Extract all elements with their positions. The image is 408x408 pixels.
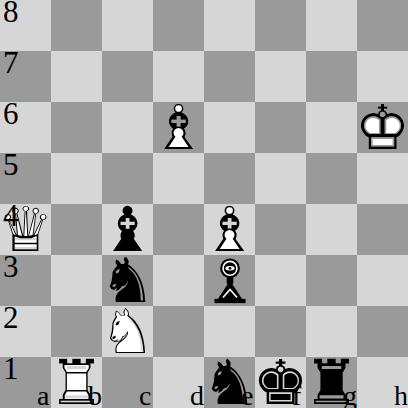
square-g8[interactable] <box>306 0 357 51</box>
square-e7[interactable] <box>204 51 255 102</box>
square-e8[interactable] <box>204 0 255 51</box>
square-h3[interactable] <box>357 255 408 306</box>
square-b8[interactable] <box>51 0 102 51</box>
square-f5[interactable] <box>255 153 306 204</box>
square-c2[interactable]: ♞♘ <box>102 306 153 357</box>
square-a7[interactable] <box>0 51 51 102</box>
square-e3[interactable] <box>204 255 255 306</box>
square-g4[interactable] <box>306 204 357 255</box>
square-h4[interactable] <box>357 204 408 255</box>
square-a3[interactable] <box>0 255 51 306</box>
square-c6[interactable] <box>102 102 153 153</box>
square-d1[interactable] <box>153 357 204 408</box>
piece-black-rook[interactable]: ♜ <box>306 357 357 408</box>
square-b1[interactable]: ♜♖ <box>51 357 102 408</box>
square-g6[interactable] <box>306 102 357 153</box>
square-d6[interactable]: ♝♗ <box>153 102 204 153</box>
square-h1[interactable] <box>357 357 408 408</box>
square-g5[interactable] <box>306 153 357 204</box>
square-g3[interactable] <box>306 255 357 306</box>
square-h2[interactable] <box>357 306 408 357</box>
square-f4[interactable] <box>255 204 306 255</box>
square-e4[interactable]: ♝♗ <box>204 204 255 255</box>
square-e1[interactable]: ♞ <box>204 357 255 408</box>
square-f8[interactable] <box>255 0 306 51</box>
piece-glyph: ♚ <box>255 357 306 408</box>
piece-glyph-outline: ♗ <box>153 102 204 153</box>
square-f1[interactable]: ♚ <box>255 357 306 408</box>
square-b5[interactable] <box>51 153 102 204</box>
square-d3[interactable] <box>153 255 204 306</box>
square-a8[interactable] <box>0 0 51 51</box>
square-d5[interactable] <box>153 153 204 204</box>
piece-black-king[interactable]: ♚ <box>255 357 306 408</box>
square-h8[interactable] <box>357 0 408 51</box>
square-c7[interactable] <box>102 51 153 102</box>
piece-glyph-outline: ♔ <box>357 102 408 153</box>
piece-white-queen[interactable]: ♛♕ <box>0 204 51 255</box>
square-d4[interactable] <box>153 204 204 255</box>
piece-black-knight[interactable]: ♞ <box>204 357 255 408</box>
square-c1[interactable] <box>102 357 153 408</box>
square-c8[interactable] <box>102 0 153 51</box>
square-h6[interactable]: ♚♔ <box>357 102 408 153</box>
square-a1[interactable] <box>0 357 51 408</box>
fairy-eye-pawn-icon <box>206 257 254 305</box>
square-e6[interactable] <box>204 102 255 153</box>
piece-white-knight[interactable]: ♞♘ <box>102 306 153 357</box>
square-b7[interactable] <box>51 51 102 102</box>
square-g1[interactable]: ♜ <box>306 357 357 408</box>
square-b4[interactable] <box>51 204 102 255</box>
piece-glyph-outline: ♘ <box>102 306 153 357</box>
piece-black-fairy-eye-pawn[interactable] <box>204 255 255 306</box>
piece-white-rook[interactable]: ♜♖ <box>51 357 102 408</box>
piece-white-bishop[interactable]: ♝♗ <box>204 204 255 255</box>
square-a4[interactable]: ♛♕ <box>0 204 51 255</box>
square-g7[interactable] <box>306 51 357 102</box>
square-d2[interactable] <box>153 306 204 357</box>
square-f6[interactable] <box>255 102 306 153</box>
square-h5[interactable] <box>357 153 408 204</box>
piece-white-bishop[interactable]: ♝♗ <box>153 102 204 153</box>
square-a2[interactable] <box>0 306 51 357</box>
piece-glyph: ♞ <box>204 357 255 408</box>
square-b3[interactable] <box>51 255 102 306</box>
piece-glyph-outline: ♕ <box>0 204 51 255</box>
piece-white-king[interactable]: ♚♔ <box>357 102 408 153</box>
square-d8[interactable] <box>153 0 204 51</box>
piece-glyph-outline: ♖ <box>51 357 102 408</box>
chess-board: ♝♗♚♔♛♕♝♝♗♞♞♘♜♖♞♚♜87654321abcdefgh <box>0 0 408 408</box>
square-f3[interactable] <box>255 255 306 306</box>
square-a6[interactable] <box>0 102 51 153</box>
square-f7[interactable] <box>255 51 306 102</box>
piece-glyph: ♜ <box>306 357 357 408</box>
piece-glyph-outline: ♗ <box>204 204 255 255</box>
square-b6[interactable] <box>51 102 102 153</box>
